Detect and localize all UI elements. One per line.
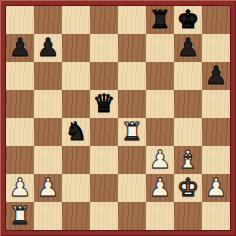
- square-b6[interactable]: [34, 62, 62, 90]
- black-pawn: ♟: [202, 62, 230, 90]
- square-e1[interactable]: [118, 202, 146, 230]
- black-king: ♚: [174, 6, 202, 34]
- square-f7[interactable]: [146, 34, 174, 62]
- square-h1[interactable]: [202, 202, 230, 230]
- square-f6[interactable]: [146, 62, 174, 90]
- white-pawn: ♟: [202, 174, 230, 202]
- square-d8[interactable]: [90, 6, 118, 34]
- square-b5[interactable]: [34, 90, 62, 118]
- board-frame: ♜♚♟♟♟♟♛♞♜♟♝♟♟♟♚♟♜: [0, 0, 236, 236]
- square-g5[interactable]: [174, 90, 202, 118]
- square-f1[interactable]: [146, 202, 174, 230]
- square-b1[interactable]: [34, 202, 62, 230]
- square-h6[interactable]: ♟: [202, 62, 230, 90]
- black-rook: ♜: [146, 6, 174, 34]
- black-pawn: ♟: [174, 34, 202, 62]
- square-d2[interactable]: [90, 174, 118, 202]
- square-c3[interactable]: [62, 146, 90, 174]
- black-pawn: ♟: [34, 34, 62, 62]
- square-d1[interactable]: [90, 202, 118, 230]
- white-pawn: ♟: [6, 174, 34, 202]
- square-c5[interactable]: [62, 90, 90, 118]
- square-c4[interactable]: ♞: [62, 118, 90, 146]
- black-knight: ♞: [62, 118, 90, 146]
- square-a2[interactable]: ♟: [6, 174, 34, 202]
- white-pawn: ♟: [34, 174, 62, 202]
- square-g3[interactable]: ♝: [174, 146, 202, 174]
- square-h5[interactable]: [202, 90, 230, 118]
- square-g2[interactable]: ♚: [174, 174, 202, 202]
- square-h4[interactable]: [202, 118, 230, 146]
- square-b2[interactable]: ♟: [34, 174, 62, 202]
- square-c7[interactable]: [62, 34, 90, 62]
- square-g4[interactable]: [174, 118, 202, 146]
- square-a4[interactable]: [6, 118, 34, 146]
- white-pawn: ♟: [146, 146, 174, 174]
- square-h7[interactable]: [202, 34, 230, 62]
- square-g7[interactable]: ♟: [174, 34, 202, 62]
- square-h8[interactable]: [202, 6, 230, 34]
- square-a8[interactable]: [6, 6, 34, 34]
- square-g8[interactable]: ♚: [174, 6, 202, 34]
- square-a5[interactable]: [6, 90, 34, 118]
- square-f4[interactable]: [146, 118, 174, 146]
- square-e8[interactable]: [118, 6, 146, 34]
- square-d5[interactable]: ♛: [90, 90, 118, 118]
- square-e5[interactable]: [118, 90, 146, 118]
- white-rook: ♜: [6, 202, 34, 230]
- square-b7[interactable]: ♟: [34, 34, 62, 62]
- square-g1[interactable]: [174, 202, 202, 230]
- square-h2[interactable]: ♟: [202, 174, 230, 202]
- square-a1[interactable]: ♜: [6, 202, 34, 230]
- square-b3[interactable]: [34, 146, 62, 174]
- white-pawn: ♟: [146, 174, 174, 202]
- black-queen: ♛: [90, 90, 118, 118]
- square-e7[interactable]: [118, 34, 146, 62]
- square-c8[interactable]: [62, 6, 90, 34]
- square-c1[interactable]: [62, 202, 90, 230]
- black-pawn: ♟: [6, 34, 34, 62]
- white-bishop: ♝: [174, 146, 202, 174]
- white-king: ♚: [174, 174, 202, 202]
- square-f3[interactable]: ♟: [146, 146, 174, 174]
- square-d3[interactable]: [90, 146, 118, 174]
- square-e2[interactable]: [118, 174, 146, 202]
- square-d6[interactable]: [90, 62, 118, 90]
- chess-board: ♜♚♟♟♟♟♛♞♜♟♝♟♟♟♚♟♜: [6, 6, 230, 230]
- square-d4[interactable]: [90, 118, 118, 146]
- square-d7[interactable]: [90, 34, 118, 62]
- square-g6[interactable]: [174, 62, 202, 90]
- square-b8[interactable]: [34, 6, 62, 34]
- square-a6[interactable]: [6, 62, 34, 90]
- white-rook: ♜: [118, 118, 146, 146]
- square-f8[interactable]: ♜: [146, 6, 174, 34]
- square-a7[interactable]: ♟: [6, 34, 34, 62]
- square-a3[interactable]: [6, 146, 34, 174]
- square-c6[interactable]: [62, 62, 90, 90]
- square-b4[interactable]: [34, 118, 62, 146]
- square-e4[interactable]: ♜: [118, 118, 146, 146]
- square-f2[interactable]: ♟: [146, 174, 174, 202]
- square-h3[interactable]: [202, 146, 230, 174]
- square-e6[interactable]: [118, 62, 146, 90]
- square-f5[interactable]: [146, 90, 174, 118]
- square-c2[interactable]: [62, 174, 90, 202]
- square-e3[interactable]: [118, 146, 146, 174]
